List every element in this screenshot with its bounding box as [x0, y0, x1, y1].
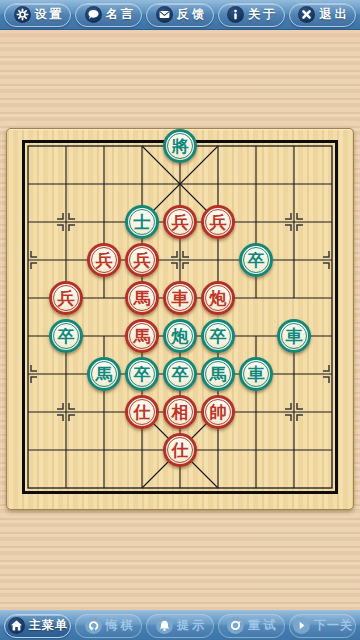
piece-兵-red[interactable]: 兵 [125, 243, 159, 277]
piece-仕-red[interactable]: 仕 [163, 433, 197, 467]
bottom-toolbar: 主菜单 悔棋 提示 重试 下一关 [0, 610, 360, 640]
wood-background: 设置 名言 反馈 关于 退出 將士兵兵兵兵卒兵馬 [0, 0, 360, 640]
piece-仕-red[interactable]: 仕 [125, 395, 159, 429]
piece-char: 將 [172, 138, 189, 155]
retry-label: 重试 [248, 617, 278, 634]
piece-馬-red[interactable]: 馬 [125, 319, 159, 353]
piece-兵-red[interactable]: 兵 [49, 281, 83, 315]
piece-char: 卒 [58, 328, 75, 345]
piece-char: 炮 [210, 290, 227, 307]
piece-車-black[interactable]: 車 [277, 319, 311, 353]
piece-char: 士 [134, 214, 151, 231]
piece-char: 馬 [134, 290, 151, 307]
piece-卒-black[interactable]: 卒 [49, 319, 83, 353]
piece-卒-black[interactable]: 卒 [239, 243, 273, 277]
undo-move-label: 悔棋 [106, 617, 136, 634]
piece-char: 兵 [172, 214, 189, 231]
main-menu-button[interactable]: 主菜单 [4, 614, 71, 638]
piece-卒-black[interactable]: 卒 [125, 357, 159, 391]
piece-char: 相 [172, 404, 189, 421]
piece-車-black[interactable]: 車 [239, 357, 273, 391]
piece-士-black[interactable]: 士 [125, 205, 159, 239]
piece-char: 車 [172, 290, 189, 307]
next-arrow-icon [293, 617, 310, 634]
piece-炮-red[interactable]: 炮 [201, 281, 235, 315]
retry-button[interactable]: 重试 [218, 614, 285, 638]
undo-move-button[interactable]: 悔棋 [75, 614, 142, 638]
piece-char: 兵 [210, 214, 227, 231]
piece-char: 馬 [134, 328, 151, 345]
piece-char: 車 [286, 328, 303, 345]
home-icon [8, 617, 25, 634]
piece-馬-black[interactable]: 馬 [87, 357, 121, 391]
next-level-button[interactable]: 下一关 [289, 614, 356, 638]
hint-label: 提示 [177, 617, 207, 634]
undo-icon [85, 617, 102, 634]
piece-char: 卒 [210, 328, 227, 345]
piece-char: 卒 [134, 366, 151, 383]
bell-icon [156, 617, 173, 634]
piece-char: 兵 [58, 290, 75, 307]
piece-char: 仕 [172, 442, 189, 459]
hint-button[interactable]: 提示 [146, 614, 213, 638]
piece-char: 炮 [172, 328, 189, 345]
piece-兵-red[interactable]: 兵 [163, 205, 197, 239]
piece-兵-red[interactable]: 兵 [201, 205, 235, 239]
retry-icon [227, 617, 244, 634]
piece-char: 兵 [96, 252, 113, 269]
piece-卒-black[interactable]: 卒 [163, 357, 197, 391]
piece-卒-black[interactable]: 卒 [201, 319, 235, 353]
piece-char: 車 [248, 366, 265, 383]
piece-char: 卒 [172, 366, 189, 383]
piece-馬-red[interactable]: 馬 [125, 281, 159, 315]
next-level-label: 下一关 [314, 617, 353, 634]
piece-char: 馬 [96, 366, 113, 383]
piece-馬-black[interactable]: 馬 [201, 357, 235, 391]
piece-char: 帥 [210, 404, 227, 421]
piece-相-red[interactable]: 相 [163, 395, 197, 429]
main-menu-label: 主菜单 [29, 617, 68, 634]
piece-兵-red[interactable]: 兵 [87, 243, 121, 277]
piece-char: 仕 [134, 404, 151, 421]
board-grid: 將士兵兵兵兵卒兵馬車炮卒馬炮卒車馬卒卒馬車仕相帥仕 [9, 127, 351, 507]
piece-char: 卒 [248, 252, 265, 269]
piece-帥-red[interactable]: 帥 [201, 395, 235, 429]
piece-char: 馬 [210, 366, 227, 383]
piece-將-black[interactable]: 將 [163, 129, 197, 163]
piece-車-red[interactable]: 車 [163, 281, 197, 315]
piece-炮-black[interactable]: 炮 [163, 319, 197, 353]
piece-char: 兵 [134, 252, 151, 269]
